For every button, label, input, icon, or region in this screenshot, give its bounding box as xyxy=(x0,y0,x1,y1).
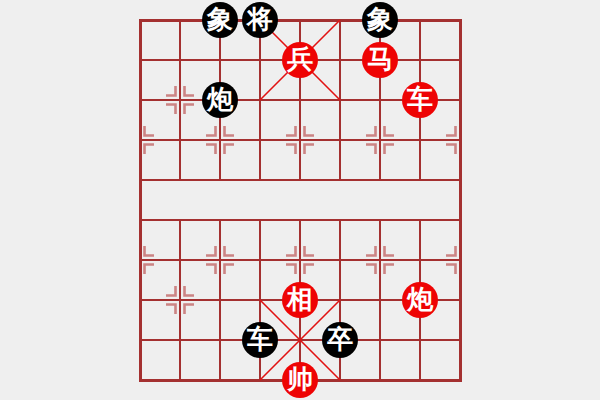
piece-label: 炮 xyxy=(207,86,233,112)
piece-label: 马 xyxy=(367,46,393,72)
piece-red-horse-g2[interactable]: 马 xyxy=(362,42,398,78)
piece-label: 卒 xyxy=(327,326,353,352)
piece-red-pawn-e2[interactable]: 兵 xyxy=(282,42,318,78)
piece-label: 象 xyxy=(367,6,393,32)
piece-red-general-e10[interactable]: 帅 xyxy=(282,362,318,398)
piece-red-cannon-h8[interactable]: 炮 xyxy=(402,282,438,318)
piece-label: 车 xyxy=(247,326,273,352)
piece-black-pawn-f9[interactable]: 卒 xyxy=(322,322,358,358)
piece-black-cannon-c3[interactable]: 炮 xyxy=(202,82,238,118)
piece-red-elephant-e8[interactable]: 相 xyxy=(282,282,318,318)
piece-red-chariot-h3[interactable]: 车 xyxy=(402,82,438,118)
xiangqi-board: 象将象兵马炮车相炮车卒帅 xyxy=(0,0,600,400)
piece-black-chariot-d9[interactable]: 车 xyxy=(242,322,278,358)
piece-black-elephant-g1[interactable]: 象 xyxy=(362,2,398,38)
piece-label: 炮 xyxy=(407,286,433,312)
piece-black-general-d1[interactable]: 将 xyxy=(242,2,278,38)
piece-label: 兵 xyxy=(287,46,313,72)
piece-label: 帅 xyxy=(287,366,313,392)
piece-label: 相 xyxy=(287,286,313,312)
piece-label: 车 xyxy=(407,86,433,112)
piece-label: 将 xyxy=(247,6,273,32)
piece-label: 象 xyxy=(207,6,233,32)
piece-black-elephant-c1[interactable]: 象 xyxy=(202,2,238,38)
